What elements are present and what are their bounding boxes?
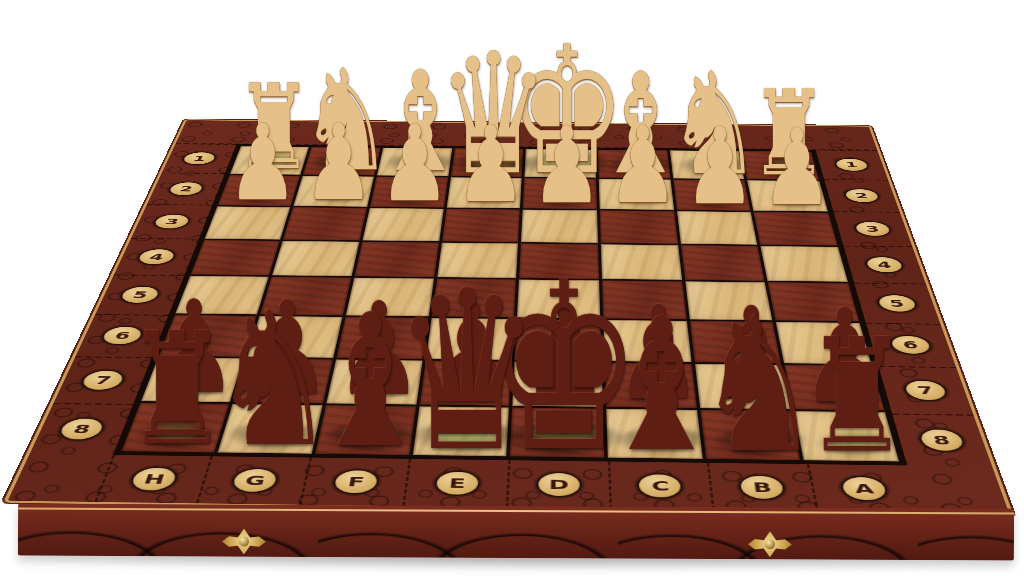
rank-label-right-8-disc: 8 bbox=[916, 428, 968, 452]
rank-label-right-8: 8 bbox=[893, 414, 993, 467]
rank-label-left-5-disc: 5 bbox=[117, 286, 163, 304]
square-h5 bbox=[175, 276, 269, 314]
square-c4 bbox=[601, 244, 682, 280]
square-d4 bbox=[519, 243, 599, 279]
square-a4 bbox=[761, 246, 848, 282]
square-f2 bbox=[370, 177, 448, 208]
file-label-e: E bbox=[402, 459, 508, 507]
square-b3 bbox=[677, 211, 758, 244]
chess-board: 12345678 12345678 HGFEDCBA bbox=[8, 120, 1010, 514]
rank-label-left-3-disc: 3 bbox=[151, 214, 193, 230]
square-b7 bbox=[695, 364, 791, 410]
rank-label-left-1-disc: 1 bbox=[180, 152, 219, 166]
square-a6 bbox=[776, 322, 871, 364]
square-f6 bbox=[336, 317, 428, 359]
square-a8 bbox=[794, 411, 899, 461]
square-h3 bbox=[204, 206, 290, 239]
square-e6 bbox=[426, 318, 514, 360]
square-g5 bbox=[260, 277, 351, 316]
square-g1 bbox=[303, 147, 380, 176]
file-label-d: D bbox=[506, 460, 610, 509]
rank-label-right-2: 2 bbox=[825, 179, 900, 212]
brass-clasp-left bbox=[222, 528, 266, 554]
square-d1 bbox=[525, 149, 596, 178]
square-f3 bbox=[362, 208, 443, 241]
square-a7 bbox=[785, 365, 885, 411]
square-g6 bbox=[247, 316, 342, 358]
file-label-f-disc: F bbox=[331, 469, 381, 495]
square-h6 bbox=[159, 315, 257, 357]
square-g4 bbox=[272, 241, 359, 277]
rank-label-left-4-disc: 4 bbox=[135, 248, 179, 265]
square-e2 bbox=[446, 177, 521, 208]
square-c1 bbox=[598, 150, 670, 179]
square-d7 bbox=[513, 361, 603, 407]
square-c8 bbox=[606, 409, 702, 459]
file-label-b-disc: B bbox=[737, 474, 787, 500]
square-a5 bbox=[768, 282, 859, 321]
square-c2 bbox=[599, 179, 674, 210]
file-label-c: C bbox=[608, 462, 713, 511]
rank-label-left-7-disc: 7 bbox=[78, 370, 129, 392]
file-label-b: B bbox=[707, 463, 817, 512]
rank-label-right-7: 7 bbox=[879, 366, 974, 414]
square-e8 bbox=[412, 407, 509, 457]
rank-label-left-2-disc: 2 bbox=[166, 182, 207, 197]
square-a1 bbox=[741, 151, 818, 180]
square-f1 bbox=[377, 147, 452, 176]
file-label-e-disc: E bbox=[433, 470, 481, 496]
rank-label-right-1-disc: 1 bbox=[833, 158, 871, 172]
square-g3 bbox=[283, 207, 367, 240]
square-f8 bbox=[315, 405, 416, 455]
square-f4 bbox=[354, 242, 438, 278]
square-h8 bbox=[121, 403, 229, 452]
square-a3 bbox=[754, 212, 838, 245]
square-e7 bbox=[419, 360, 511, 406]
square-c5 bbox=[602, 281, 686, 320]
square-c3 bbox=[600, 210, 678, 243]
square-b6 bbox=[690, 321, 782, 363]
chess-set-photo: 12345678 12345678 HGFEDCBA ♜♞♝♚♛♝♞♜♟♟♟♟♟… bbox=[0, 0, 1024, 576]
square-b8 bbox=[700, 410, 800, 460]
file-label-g: G bbox=[196, 457, 309, 505]
square-h4 bbox=[190, 240, 280, 276]
brass-clasp-right bbox=[748, 531, 792, 557]
rank-label-right-3: 3 bbox=[834, 211, 912, 246]
square-f7 bbox=[326, 359, 422, 404]
rank-label-right-3-disc: 3 bbox=[852, 221, 893, 237]
rank-label-right-1: 1 bbox=[816, 150, 888, 180]
square-e1 bbox=[451, 148, 524, 177]
square-d5 bbox=[517, 280, 600, 319]
square-h1 bbox=[230, 146, 310, 175]
file-label-f: F bbox=[299, 458, 409, 506]
box-front-panel bbox=[18, 503, 1014, 560]
rank-label-right-6: 6 bbox=[866, 323, 956, 367]
file-label-h-disc: H bbox=[127, 466, 181, 492]
rank-label-right-6-disc: 6 bbox=[887, 335, 934, 355]
square-d2 bbox=[523, 178, 597, 209]
square-b5 bbox=[685, 281, 773, 320]
square-a2 bbox=[747, 180, 827, 211]
rank-label-left-6-disc: 6 bbox=[98, 326, 146, 346]
square-h2 bbox=[217, 175, 300, 206]
square-f5 bbox=[346, 278, 434, 317]
square-e3 bbox=[442, 209, 520, 242]
square-d8 bbox=[510, 408, 604, 458]
rank-label-right-4: 4 bbox=[844, 246, 926, 284]
square-c7 bbox=[605, 363, 697, 409]
square-e4 bbox=[437, 242, 518, 278]
rank-label-right-2-disc: 2 bbox=[842, 188, 882, 203]
square-g2 bbox=[294, 176, 374, 207]
rank-label-left-8-disc: 8 bbox=[55, 417, 109, 441]
file-label-c-disc: C bbox=[637, 473, 685, 499]
file-label-d-disc: D bbox=[535, 471, 582, 497]
square-b1 bbox=[670, 150, 745, 179]
square-d3 bbox=[521, 210, 598, 243]
rank-label-right-4-disc: 4 bbox=[863, 256, 906, 273]
file-label-g-disc: G bbox=[229, 467, 281, 493]
rank-label-right-5: 5 bbox=[855, 283, 941, 324]
square-e5 bbox=[431, 279, 516, 318]
square-g8 bbox=[218, 404, 323, 454]
square-g7 bbox=[233, 358, 333, 403]
square-b4 bbox=[681, 245, 765, 281]
square-d6 bbox=[515, 319, 601, 361]
rank-label-right-5-disc: 5 bbox=[874, 294, 919, 313]
file-label-a-disc: A bbox=[838, 475, 891, 501]
file-label-a: A bbox=[807, 464, 921, 513]
square-b2 bbox=[673, 180, 751, 211]
rank-label-right-7-disc: 7 bbox=[901, 380, 951, 402]
square-h7 bbox=[141, 357, 244, 402]
board-squares bbox=[112, 144, 907, 465]
square-c6 bbox=[603, 320, 691, 362]
file-label-h: H bbox=[94, 455, 211, 503]
